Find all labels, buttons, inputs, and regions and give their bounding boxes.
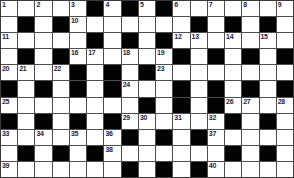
clue-number: 27 bbox=[243, 98, 250, 106]
cell-r10c3[interactable] bbox=[53, 162, 69, 177]
cell-r4c9[interactable]: 23 bbox=[156, 65, 172, 80]
cell-r6c11[interactable] bbox=[191, 98, 207, 113]
cell-r2c6[interactable] bbox=[104, 33, 120, 48]
cell-r6c6[interactable] bbox=[104, 98, 120, 113]
clue-number: 39 bbox=[2, 162, 9, 170]
cell-r4c3[interactable]: 22 bbox=[53, 65, 69, 80]
cell-r3c13[interactable] bbox=[225, 49, 241, 64]
cell-r3c6[interactable] bbox=[104, 49, 120, 64]
cell-r0c16[interactable]: 9 bbox=[277, 1, 293, 16]
cell-r5c5[interactable] bbox=[87, 81, 103, 96]
crossword-grid: 1234567891011121314151617181920212223242… bbox=[0, 0, 294, 178]
cell-r9c12[interactable] bbox=[208, 146, 224, 161]
cell-r1c6[interactable] bbox=[104, 17, 120, 32]
cell-r8c4[interactable]: 35 bbox=[70, 130, 86, 145]
cell-r0c10[interactable]: 6 bbox=[173, 1, 189, 16]
cell-r4c16[interactable] bbox=[277, 65, 293, 80]
cell-r4c11[interactable] bbox=[191, 65, 207, 80]
cell-r3c4[interactable]: 16 bbox=[70, 49, 86, 64]
cell-r0c14[interactable]: 8 bbox=[242, 1, 258, 16]
cell-r6c2[interactable] bbox=[35, 98, 51, 113]
cell-r9c16[interactable] bbox=[277, 146, 293, 161]
cell-r3c1 bbox=[18, 49, 34, 64]
cell-r6c9[interactable] bbox=[156, 98, 172, 113]
cell-r9c10[interactable] bbox=[173, 146, 189, 161]
cell-r7c9[interactable] bbox=[156, 114, 172, 129]
cell-r1c9[interactable] bbox=[156, 17, 172, 32]
cell-r8c5[interactable] bbox=[87, 130, 103, 145]
cell-r5c16 bbox=[277, 81, 293, 96]
cell-r1c4[interactable]: 10 bbox=[70, 17, 86, 32]
cell-r5c15[interactable] bbox=[260, 81, 276, 96]
clue-number: 4 bbox=[105, 1, 109, 9]
clue-number: 9 bbox=[278, 1, 282, 9]
clue-number: 21 bbox=[19, 65, 26, 73]
cell-r8c14[interactable] bbox=[242, 130, 258, 145]
clue-number: 1 bbox=[2, 1, 6, 9]
cell-r8c8[interactable] bbox=[139, 130, 155, 145]
clue-number: 26 bbox=[226, 98, 233, 106]
cell-r0c8[interactable]: 5 bbox=[139, 1, 155, 16]
cell-r2c5 bbox=[87, 33, 103, 48]
cell-r0c9 bbox=[156, 1, 172, 16]
cell-r9c5 bbox=[87, 146, 103, 161]
cell-r4c10[interactable] bbox=[173, 65, 189, 80]
clue-number: 36 bbox=[105, 130, 112, 138]
cell-r1c12[interactable] bbox=[208, 17, 224, 32]
clue-number: 18 bbox=[123, 49, 130, 57]
cell-r10c1[interactable] bbox=[18, 162, 34, 177]
cell-r8c1[interactable] bbox=[18, 130, 34, 145]
cell-r8c11 bbox=[191, 130, 207, 145]
cell-r8c12[interactable]: 37 bbox=[208, 130, 224, 145]
cell-r3c15[interactable] bbox=[260, 49, 276, 64]
cell-r4c7[interactable] bbox=[122, 65, 138, 80]
cell-r0c5 bbox=[87, 1, 103, 16]
cell-r3c16 bbox=[277, 49, 293, 64]
cell-r10c16[interactable] bbox=[277, 162, 293, 177]
cell-r1c11 bbox=[191, 17, 207, 32]
cell-r3c5[interactable]: 17 bbox=[87, 49, 103, 64]
cell-r2c7 bbox=[122, 33, 138, 48]
cell-r3c8[interactable] bbox=[139, 49, 155, 64]
cell-r5c12 bbox=[208, 81, 224, 96]
cell-r0c6[interactable]: 4 bbox=[104, 1, 120, 16]
clue-number: 2 bbox=[36, 1, 40, 9]
cell-r3c10 bbox=[173, 49, 189, 64]
cell-r5c11[interactable] bbox=[191, 81, 207, 96]
cell-r9c11[interactable] bbox=[191, 146, 207, 161]
cell-r0c4[interactable]: 3 bbox=[70, 1, 86, 16]
cell-r7c0 bbox=[1, 114, 17, 129]
cell-r2c9 bbox=[156, 33, 172, 48]
cell-r7c8[interactable]: 30 bbox=[139, 114, 155, 129]
cell-r2c15[interactable]: 15 bbox=[260, 33, 276, 48]
clue-number: 13 bbox=[192, 33, 199, 41]
cell-r6c8 bbox=[139, 98, 155, 113]
cell-r6c3[interactable] bbox=[53, 98, 69, 113]
cell-r5c10 bbox=[173, 81, 189, 96]
cell-r9c13 bbox=[225, 146, 241, 161]
cell-r8c2[interactable]: 34 bbox=[35, 130, 51, 145]
cell-r3c0[interactable] bbox=[1, 49, 17, 64]
cell-r3c2[interactable] bbox=[35, 49, 51, 64]
cell-r6c13[interactable]: 26 bbox=[225, 98, 241, 113]
cell-r1c14[interactable] bbox=[242, 17, 258, 32]
cell-r0c15[interactable] bbox=[260, 1, 276, 16]
cell-r1c16[interactable] bbox=[277, 17, 293, 32]
cell-r2c0[interactable]: 11 bbox=[1, 33, 17, 48]
cell-r10c8[interactable] bbox=[139, 162, 155, 177]
cell-r2c11[interactable]: 13 bbox=[191, 33, 207, 48]
cell-r8c9 bbox=[156, 130, 172, 145]
cell-r6c7[interactable] bbox=[122, 98, 138, 113]
cell-r2c10[interactable]: 12 bbox=[173, 33, 189, 48]
cell-r6c5[interactable] bbox=[87, 98, 103, 113]
cell-r1c5[interactable] bbox=[87, 17, 103, 32]
clue-number: 6 bbox=[174, 1, 178, 9]
cell-r10c13[interactable] bbox=[225, 162, 241, 177]
cell-r10c5[interactable] bbox=[87, 162, 103, 177]
clue-number: 34 bbox=[36, 130, 43, 138]
cell-r5c2 bbox=[35, 81, 51, 96]
cell-r5c6 bbox=[104, 81, 120, 96]
cell-r8c7 bbox=[122, 130, 138, 145]
cell-r1c7[interactable] bbox=[122, 17, 138, 32]
cell-r9c4[interactable] bbox=[70, 146, 86, 161]
clue-number: 17 bbox=[88, 49, 95, 57]
cell-r8c13[interactable] bbox=[225, 130, 241, 145]
cell-r8c16[interactable] bbox=[277, 130, 293, 145]
cell-r0c0[interactable]: 1 bbox=[1, 1, 17, 16]
cell-r1c15 bbox=[260, 17, 276, 32]
cell-r5c13[interactable] bbox=[225, 81, 241, 96]
cell-r2c8[interactable] bbox=[139, 33, 155, 48]
cell-r6c12 bbox=[208, 98, 224, 113]
cell-r7c12[interactable]: 32 bbox=[208, 114, 224, 129]
cell-r2c16[interactable] bbox=[277, 33, 293, 48]
cell-r8c6[interactable]: 36 bbox=[104, 130, 120, 145]
cell-r0c2[interactable]: 2 bbox=[35, 1, 51, 16]
clue-number: 28 bbox=[278, 98, 285, 106]
clue-number: 29 bbox=[123, 114, 130, 122]
cell-r5c0 bbox=[1, 81, 17, 96]
cell-r6c10 bbox=[173, 98, 189, 113]
cell-r10c12[interactable]: 40 bbox=[208, 162, 224, 177]
clue-number: 31 bbox=[174, 114, 181, 122]
cell-r3c12 bbox=[208, 49, 224, 64]
clue-number: 37 bbox=[209, 130, 216, 138]
cell-r3c3 bbox=[53, 49, 69, 64]
cell-r4c2[interactable] bbox=[35, 65, 51, 80]
cell-r10c6[interactable] bbox=[104, 162, 120, 177]
cell-r9c6[interactable]: 38 bbox=[104, 146, 120, 161]
clue-number: 5 bbox=[140, 1, 144, 9]
clue-number: 11 bbox=[2, 33, 9, 41]
clue-number: 15 bbox=[261, 33, 268, 41]
cell-r3c9[interactable]: 19 bbox=[156, 49, 172, 64]
clue-number: 22 bbox=[54, 65, 61, 73]
clue-number: 16 bbox=[71, 49, 78, 57]
cell-r0c7 bbox=[122, 1, 138, 16]
cell-r1c13 bbox=[225, 17, 241, 32]
cell-r8c3[interactable] bbox=[53, 130, 69, 145]
cell-r3c7[interactable]: 18 bbox=[122, 49, 138, 64]
cell-r0c12[interactable]: 7 bbox=[208, 1, 224, 16]
cell-r5c1[interactable] bbox=[18, 81, 34, 96]
cell-r7c10[interactable]: 31 bbox=[173, 114, 189, 129]
clue-number: 8 bbox=[243, 1, 247, 9]
clue-number: 7 bbox=[209, 1, 213, 9]
cell-r7c2 bbox=[35, 114, 51, 129]
cell-r6c14[interactable]: 27 bbox=[242, 98, 258, 113]
cell-r6c1[interactable] bbox=[18, 98, 34, 113]
cell-r7c16[interactable] bbox=[277, 114, 293, 129]
cell-r0c3[interactable] bbox=[53, 1, 69, 16]
clue-number: 30 bbox=[140, 114, 147, 122]
cell-r9c14[interactable] bbox=[242, 146, 258, 161]
cell-r9c15 bbox=[260, 146, 276, 161]
cell-r1c0[interactable] bbox=[1, 17, 17, 32]
cell-r4c4 bbox=[70, 65, 86, 80]
cell-r8c10[interactable] bbox=[173, 130, 189, 145]
cell-r10c4[interactable] bbox=[70, 162, 86, 177]
cell-r4c1[interactable]: 21 bbox=[18, 65, 34, 80]
cell-r4c12[interactable] bbox=[208, 65, 224, 80]
cell-r2c14[interactable] bbox=[242, 33, 258, 48]
cell-r1c10[interactable] bbox=[173, 17, 189, 32]
cell-r7c5[interactable] bbox=[87, 114, 103, 129]
cell-r4c15[interactable] bbox=[260, 65, 276, 80]
cell-r2c12[interactable] bbox=[208, 33, 224, 48]
cell-r7c3[interactable] bbox=[53, 114, 69, 129]
cell-r5c7[interactable]: 24 bbox=[122, 81, 138, 96]
cell-r7c1[interactable] bbox=[18, 114, 34, 129]
cell-r2c1[interactable] bbox=[18, 33, 34, 48]
cell-r4c13[interactable] bbox=[225, 65, 241, 80]
cell-r9c1 bbox=[18, 146, 34, 161]
cell-r10c14[interactable] bbox=[242, 162, 258, 177]
clue-number: 35 bbox=[71, 130, 78, 138]
cell-r0c11[interactable] bbox=[191, 1, 207, 16]
cell-r10c2[interactable] bbox=[35, 162, 51, 177]
cell-r1c2[interactable] bbox=[35, 17, 51, 32]
cell-r10c7 bbox=[122, 162, 138, 177]
cell-r1c3 bbox=[53, 17, 69, 32]
cell-r6c4[interactable] bbox=[70, 98, 86, 113]
cell-r5c9[interactable] bbox=[156, 81, 172, 96]
cell-r6c16[interactable]: 28 bbox=[277, 98, 293, 113]
cell-r4c6 bbox=[104, 65, 120, 80]
cell-r2c2[interactable] bbox=[35, 33, 51, 48]
cell-r4c5[interactable] bbox=[87, 65, 103, 80]
cell-r3c14 bbox=[242, 49, 258, 64]
clue-number: 19 bbox=[157, 49, 164, 57]
cell-r7c11[interactable] bbox=[191, 114, 207, 129]
cell-r9c2[interactable] bbox=[35, 146, 51, 161]
cell-r7c6 bbox=[104, 114, 120, 129]
cell-r4c0[interactable]: 20 bbox=[1, 65, 17, 80]
cell-r9c7[interactable] bbox=[122, 146, 138, 161]
cell-r7c14[interactable] bbox=[242, 114, 258, 129]
clue-number: 38 bbox=[105, 146, 112, 154]
cell-r9c0[interactable] bbox=[1, 146, 17, 161]
clue-number: 3 bbox=[71, 1, 75, 9]
cell-r2c3[interactable] bbox=[53, 33, 69, 48]
cell-r4c14[interactable] bbox=[242, 65, 258, 80]
cell-r0c13[interactable] bbox=[225, 1, 241, 16]
cell-r9c3 bbox=[53, 146, 69, 161]
clue-number: 10 bbox=[71, 17, 78, 25]
clue-number: 33 bbox=[2, 130, 9, 138]
cell-r2c4[interactable] bbox=[70, 33, 86, 48]
clue-number: 40 bbox=[209, 162, 216, 170]
cell-r7c4 bbox=[70, 114, 86, 129]
cell-r7c15 bbox=[260, 114, 276, 129]
cell-r3c11[interactable] bbox=[191, 49, 207, 64]
cell-r9c9[interactable] bbox=[156, 146, 172, 161]
cell-r6c15[interactable] bbox=[260, 98, 276, 113]
clue-number: 24 bbox=[123, 81, 130, 89]
cell-r9c8[interactable] bbox=[139, 146, 155, 161]
cell-r10c15[interactable] bbox=[260, 162, 276, 177]
cell-r7c7[interactable]: 29 bbox=[122, 114, 138, 129]
cell-r0c1[interactable] bbox=[18, 1, 34, 16]
cell-r4c8 bbox=[139, 65, 155, 80]
clue-number: 25 bbox=[2, 98, 9, 106]
cell-r1c1 bbox=[18, 17, 34, 32]
cell-r10c0[interactable]: 39 bbox=[1, 162, 17, 177]
clue-number: 12 bbox=[174, 33, 181, 41]
cell-r8c15[interactable] bbox=[260, 130, 276, 145]
cell-r10c10[interactable] bbox=[173, 162, 189, 177]
clue-number: 20 bbox=[2, 65, 9, 73]
cell-r5c3[interactable] bbox=[53, 81, 69, 96]
cell-r1c8[interactable] bbox=[139, 17, 155, 32]
cell-r10c11 bbox=[191, 162, 207, 177]
cell-r10c9 bbox=[156, 162, 172, 177]
cell-r2c13[interactable]: 14 bbox=[225, 33, 241, 48]
cell-r8c0[interactable]: 33 bbox=[1, 130, 17, 145]
clue-number: 14 bbox=[226, 33, 233, 41]
cell-r5c4 bbox=[70, 81, 86, 96]
cell-r5c8[interactable] bbox=[139, 81, 155, 96]
clue-number: 32 bbox=[209, 114, 216, 122]
clue-number: 23 bbox=[157, 65, 164, 73]
cell-r6c0[interactable]: 25 bbox=[1, 98, 17, 113]
cell-r5c14 bbox=[242, 81, 258, 96]
cell-r7c13 bbox=[225, 114, 241, 129]
